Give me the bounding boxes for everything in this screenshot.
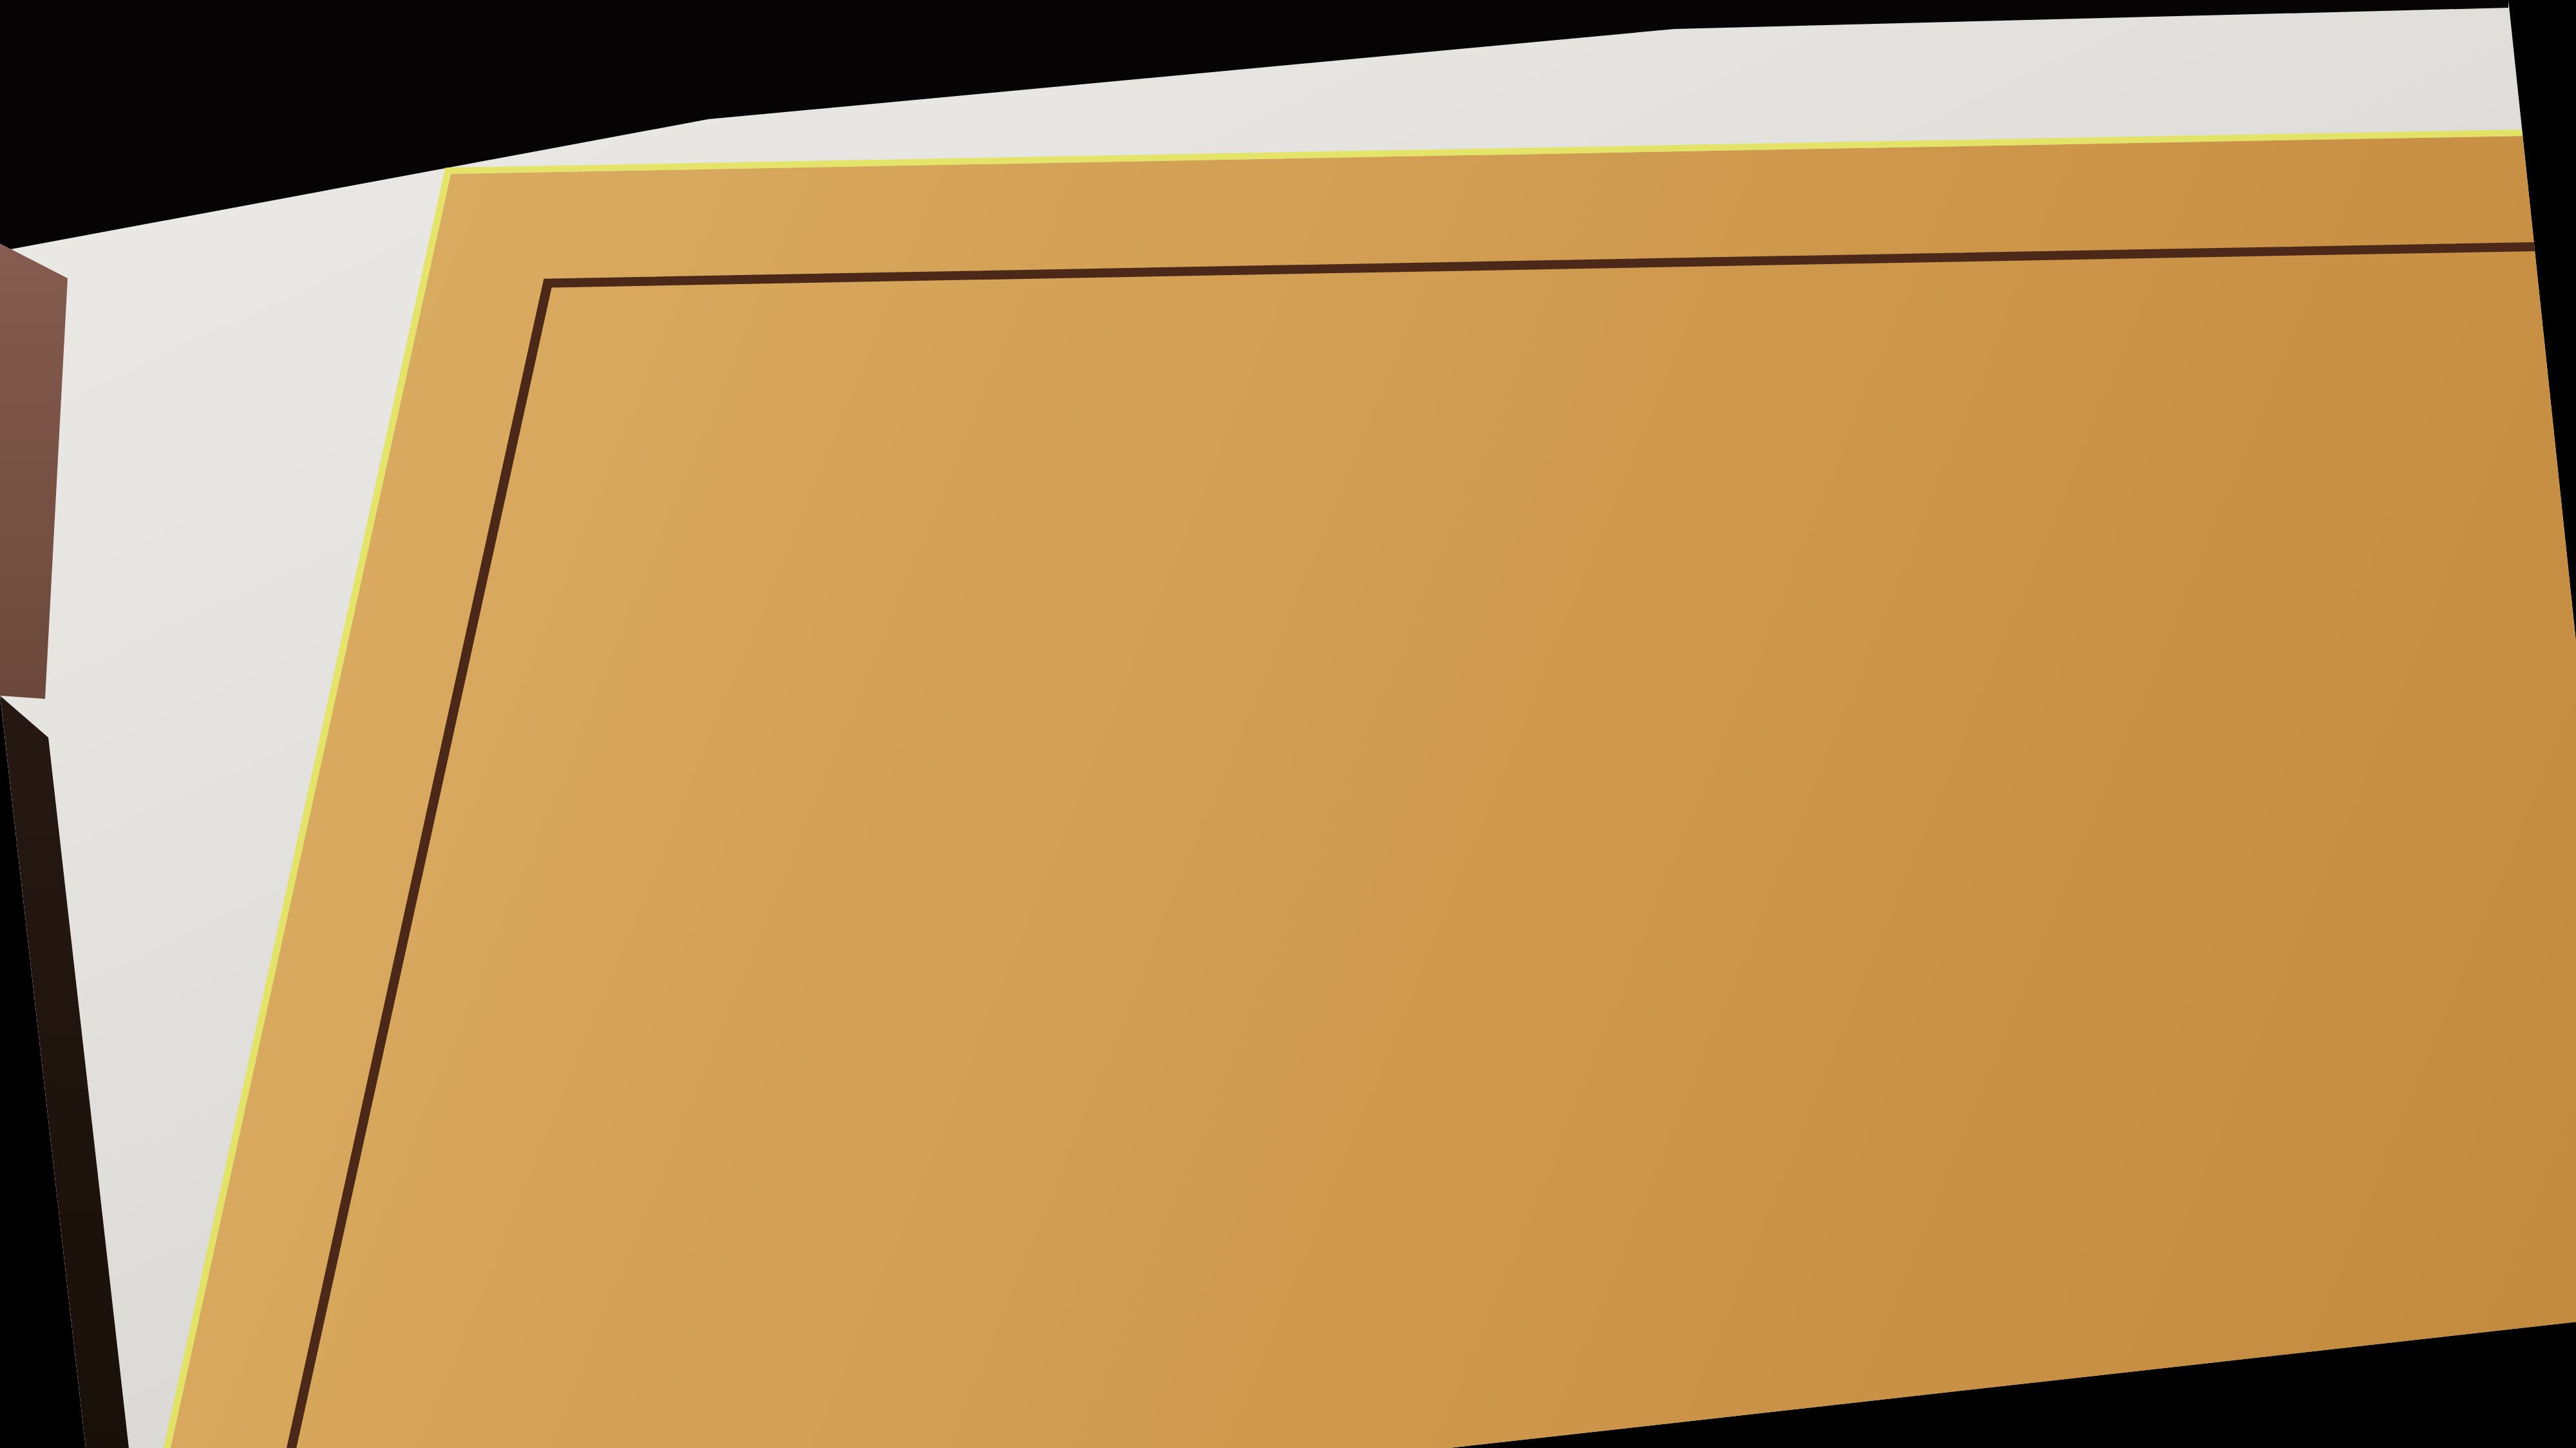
chess-board <box>0 111 2576 1448</box>
board-clip-layer <box>0 0 2576 1448</box>
